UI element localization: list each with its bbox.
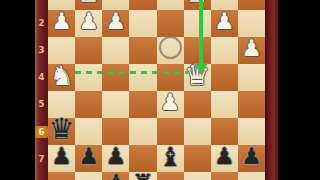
rank-label-6: 6 — [35, 126, 48, 138]
black-bishop-f8[interactable]: ♝ — [102, 170, 129, 180]
square-b8[interactable] — [211, 172, 238, 180]
square-f5[interactable] — [102, 91, 129, 118]
square-d3[interactable] — [157, 37, 184, 64]
square-e6[interactable] — [129, 118, 156, 145]
square-g4[interactable] — [75, 64, 102, 91]
board-frame-left: 234567 — [35, 0, 48, 180]
square-d2[interactable] — [157, 10, 184, 37]
square-g8[interactable] — [75, 172, 102, 180]
board-frame-right — [265, 0, 278, 180]
square-a1[interactable] — [238, 0, 265, 10]
square-c6[interactable] — [184, 118, 211, 145]
rank-label-2: 2 — [35, 17, 48, 29]
black-pawn-g7[interactable]: ♟ — [75, 143, 102, 170]
square-h8[interactable] — [48, 172, 75, 180]
chess-app-screen: 234567 ♜♜♟♟♟♟♟♞♛♟♛♟♟♟♝♟♟♝♜ — [0, 0, 320, 180]
white-pawn-h2[interactable]: ♟ — [48, 7, 75, 34]
square-c7[interactable] — [184, 145, 211, 172]
white-pawn-b2[interactable]: ♟ — [211, 7, 238, 34]
square-b4[interactable] — [211, 64, 238, 91]
white-pawn-d5[interactable]: ♟ — [157, 88, 184, 115]
square-g6[interactable] — [75, 118, 102, 145]
white-rook-g1[interactable]: ♜ — [75, 0, 102, 7]
square-b6[interactable] — [211, 118, 238, 145]
white-pawn-a3[interactable]: ♟ — [238, 34, 265, 61]
square-c8[interactable] — [184, 172, 211, 180]
rank-label-4: 4 — [35, 71, 48, 83]
square-e2[interactable] — [129, 10, 156, 37]
black-pawn-b7[interactable]: ♟ — [211, 143, 238, 170]
square-c5[interactable] — [184, 91, 211, 118]
square-d8[interactable] — [157, 172, 184, 180]
black-pawn-f7[interactable]: ♟ — [102, 143, 129, 170]
rank-label-3: 3 — [35, 44, 48, 56]
black-rook-e8[interactable]: ♜ — [129, 170, 156, 180]
white-knight-h4[interactable]: ♞ — [48, 61, 75, 88]
square-d1[interactable] — [157, 0, 184, 10]
black-queen-h6[interactable]: ♛ — [48, 116, 75, 143]
rank-label-5: 5 — [35, 98, 48, 110]
square-a6[interactable] — [238, 118, 265, 145]
black-pawn-h7[interactable]: ♟ — [48, 143, 75, 170]
rank-label-7: 7 — [35, 153, 48, 165]
white-pawn-f2[interactable]: ♟ — [102, 7, 129, 34]
square-g3[interactable] — [75, 37, 102, 64]
white-rook-c1[interactable]: ♜ — [184, 0, 211, 7]
square-a4[interactable] — [238, 64, 265, 91]
square-f3[interactable] — [102, 37, 129, 64]
square-b3[interactable] — [211, 37, 238, 64]
square-f4[interactable] — [102, 64, 129, 91]
square-f6[interactable] — [102, 118, 129, 145]
square-c2[interactable] — [184, 10, 211, 37]
square-d4[interactable] — [157, 64, 184, 91]
black-bishop-d7[interactable]: ♝ — [157, 143, 184, 170]
square-a2[interactable] — [238, 10, 265, 37]
square-a5[interactable] — [238, 91, 265, 118]
square-b5[interactable] — [211, 91, 238, 118]
square-g5[interactable] — [75, 91, 102, 118]
white-pawn-g2[interactable]: ♟ — [75, 7, 102, 34]
square-e4[interactable] — [129, 64, 156, 91]
square-a8[interactable] — [238, 172, 265, 180]
white-queen-c4[interactable]: ♛ — [184, 61, 211, 88]
square-e3[interactable] — [129, 37, 156, 64]
square-e1[interactable] — [129, 0, 156, 10]
black-pawn-a7[interactable]: ♟ — [238, 143, 265, 170]
square-e5[interactable] — [129, 91, 156, 118]
